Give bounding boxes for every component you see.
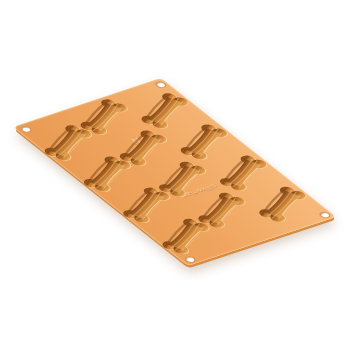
hanging-hole	[318, 212, 330, 219]
hanging-hole	[183, 256, 195, 263]
hanging-hole	[19, 126, 31, 133]
product-photo: N silikomart	[0, 0, 350, 350]
bone-cavity	[177, 122, 230, 162]
bone-cavity	[216, 153, 269, 193]
hanging-hole	[154, 81, 166, 88]
bone-cavity	[255, 184, 308, 224]
bone-cavity	[138, 91, 191, 131]
silicone-mold: N silikomart	[13, 78, 336, 266]
